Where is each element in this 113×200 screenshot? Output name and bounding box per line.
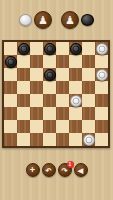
new-game-button[interactable]: + — [26, 163, 40, 177]
board-square[interactable] — [43, 107, 56, 120]
white-man[interactable] — [70, 95, 82, 107]
undo-arrow-icon: ↶ — [46, 167, 52, 174]
black-man[interactable] — [70, 43, 82, 55]
board-square[interactable] — [4, 107, 17, 120]
board-square[interactable] — [56, 81, 69, 94]
black-man[interactable] — [5, 56, 17, 68]
board-square[interactable] — [17, 107, 30, 120]
board-square[interactable] — [30, 68, 43, 81]
board-square[interactable] — [30, 120, 43, 133]
black-player-avatar[interactable]: ♟ — [61, 11, 79, 29]
board-square[interactable] — [56, 107, 69, 120]
plus-icon: + — [30, 165, 35, 174]
black-man[interactable] — [44, 69, 56, 81]
board-square[interactable] — [43, 68, 56, 81]
board-square[interactable] — [43, 55, 56, 68]
board-square[interactable] — [30, 133, 43, 146]
pawn-icon: ♟ — [65, 14, 75, 25]
board-square[interactable] — [95, 94, 108, 107]
redo-button[interactable]: ↷1 — [58, 163, 72, 177]
redo-arrow-icon: ↷ — [62, 167, 68, 174]
board-square[interactable] — [82, 107, 95, 120]
board-square[interactable] — [56, 120, 69, 133]
board-square[interactable] — [30, 107, 43, 120]
board-square[interactable] — [95, 55, 108, 68]
board-square[interactable] — [82, 120, 95, 133]
bottom-toolbar: +↶↷1◀ — [0, 163, 113, 177]
board-square[interactable] — [56, 68, 69, 81]
board-square[interactable] — [82, 68, 95, 81]
white-checker-indicator — [19, 14, 32, 26]
board-square[interactable] — [17, 55, 30, 68]
back-button[interactable]: ◀ — [74, 163, 88, 177]
board-square[interactable] — [30, 55, 43, 68]
board-square[interactable] — [56, 55, 69, 68]
board-square[interactable] — [82, 81, 95, 94]
board-square[interactable] — [95, 81, 108, 94]
board-square[interactable] — [69, 107, 82, 120]
board-square[interactable] — [4, 94, 17, 107]
board-square[interactable] — [56, 42, 69, 55]
board-square[interactable] — [30, 42, 43, 55]
board-square[interactable] — [69, 55, 82, 68]
board-square[interactable] — [95, 120, 108, 133]
board-square[interactable] — [17, 42, 30, 55]
board-square[interactable] — [30, 81, 43, 94]
board-square[interactable] — [4, 133, 17, 146]
board-square[interactable] — [43, 81, 56, 94]
white-man[interactable] — [96, 43, 108, 55]
board-square[interactable] — [95, 107, 108, 120]
board-square[interactable] — [95, 133, 108, 146]
white-player-group: ♟ — [19, 11, 52, 29]
board-square[interactable] — [4, 68, 17, 81]
board-square[interactable] — [4, 55, 17, 68]
board-square[interactable] — [30, 94, 43, 107]
board-square[interactable] — [17, 94, 30, 107]
board-square[interactable] — [82, 42, 95, 55]
pawn-icon: ♟ — [38, 14, 48, 25]
white-player-avatar[interactable]: ♟ — [34, 11, 52, 29]
board-square[interactable] — [95, 42, 108, 55]
board-square[interactable] — [43, 94, 56, 107]
board-square[interactable] — [82, 133, 95, 146]
board-square[interactable] — [17, 81, 30, 94]
board-square[interactable] — [43, 42, 56, 55]
board-square[interactable] — [43, 133, 56, 146]
board-square[interactable] — [82, 94, 95, 107]
board-square[interactable] — [4, 81, 17, 94]
board-square[interactable] — [69, 94, 82, 107]
white-man[interactable] — [96, 69, 108, 81]
board-square[interactable] — [69, 133, 82, 146]
board-square[interactable] — [56, 133, 69, 146]
black-man[interactable] — [44, 43, 56, 55]
board-square[interactable] — [56, 94, 69, 107]
board-square[interactable] — [95, 68, 108, 81]
board-square[interactable] — [43, 120, 56, 133]
black-man[interactable] — [18, 43, 30, 55]
back-arrow-icon: ◀ — [78, 167, 83, 174]
board-square[interactable] — [82, 55, 95, 68]
board-square[interactable] — [4, 120, 17, 133]
board-square[interactable] — [17, 120, 30, 133]
board-square[interactable] — [69, 68, 82, 81]
board-square[interactable] — [69, 81, 82, 94]
board-square[interactable] — [69, 120, 82, 133]
checkers-app-screen: ♟ ♟ +↶↷1◀ — [0, 0, 113, 200]
checkers-board — [2, 40, 110, 148]
notification-badge: 1 — [67, 161, 74, 168]
board-square[interactable] — [4, 42, 17, 55]
board-square[interactable] — [17, 133, 30, 146]
black-checker-indicator — [81, 14, 94, 26]
undo-button[interactable]: ↶ — [42, 163, 56, 177]
board-square[interactable] — [69, 42, 82, 55]
board-square[interactable] — [17, 68, 30, 81]
black-player-group: ♟ — [61, 11, 94, 29]
white-man[interactable] — [83, 134, 95, 146]
player-bar: ♟ ♟ — [0, 10, 113, 30]
